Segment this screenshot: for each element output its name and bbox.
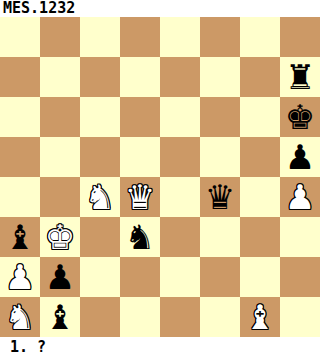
piece-wK-b3-icon: ♚ (45, 217, 75, 257)
square-c2[interactable] (80, 257, 120, 297)
square-g5[interactable] (240, 137, 280, 177)
piece-wN-a1-icon: ♞ (5, 297, 35, 337)
square-e4[interactable] (160, 177, 200, 217)
square-e8[interactable] (160, 17, 200, 57)
square-a6[interactable] (0, 97, 40, 137)
move-prompt: 1. ? (0, 337, 320, 359)
square-c6[interactable] (80, 97, 120, 137)
square-e3[interactable] (160, 217, 200, 257)
square-c7[interactable] (80, 57, 120, 97)
square-f2[interactable] (200, 257, 240, 297)
square-f7[interactable] (200, 57, 240, 97)
square-c1[interactable] (80, 297, 120, 337)
square-d6[interactable] (120, 97, 160, 137)
square-b6[interactable] (40, 97, 80, 137)
square-d3[interactable]: ♞ (120, 217, 160, 257)
piece-bB-b1-icon: ♝ (45, 297, 75, 337)
square-h6[interactable]: ♚ (280, 97, 320, 137)
square-c8[interactable] (80, 17, 120, 57)
square-a1[interactable]: ♞ (0, 297, 40, 337)
square-d1[interactable] (120, 297, 160, 337)
square-d4[interactable]: ♛ (120, 177, 160, 217)
square-e1[interactable] (160, 297, 200, 337)
square-a2[interactable]: ♟ (0, 257, 40, 297)
chess-diagram-page: MES.1232 ♜♚♟♞♛♛♟♝♚♞♟♟♞♝♝ 1. ? (0, 0, 320, 360)
piece-wP-a2-icon: ♟ (5, 257, 35, 297)
square-h4[interactable]: ♟ (280, 177, 320, 217)
piece-wB-g1-icon: ♝ (245, 297, 275, 337)
square-b7[interactable] (40, 57, 80, 97)
square-c4[interactable]: ♞ (80, 177, 120, 217)
square-f5[interactable] (200, 137, 240, 177)
chess-board: ♜♚♟♞♛♛♟♝♚♞♟♟♞♝♝ (0, 17, 320, 337)
square-f1[interactable] (200, 297, 240, 337)
square-e2[interactable] (160, 257, 200, 297)
square-a8[interactable] (0, 17, 40, 57)
piece-bQ-f4-icon: ♛ (205, 177, 235, 217)
square-b8[interactable] (40, 17, 80, 57)
square-f4[interactable]: ♛ (200, 177, 240, 217)
square-b5[interactable] (40, 137, 80, 177)
square-g7[interactable] (240, 57, 280, 97)
square-b2[interactable]: ♟ (40, 257, 80, 297)
page-title: MES.1232 (0, 0, 320, 17)
square-a5[interactable] (0, 137, 40, 177)
square-e6[interactable] (160, 97, 200, 137)
square-e7[interactable] (160, 57, 200, 97)
square-g2[interactable] (240, 257, 280, 297)
square-h3[interactable] (280, 217, 320, 257)
square-b1[interactable]: ♝ (40, 297, 80, 337)
piece-wQ-d4-icon: ♛ (125, 177, 155, 217)
square-b4[interactable] (40, 177, 80, 217)
piece-wN-c4-icon: ♞ (85, 177, 115, 217)
piece-bN-d3-icon: ♞ (125, 217, 155, 257)
square-h1[interactable] (280, 297, 320, 337)
square-a3[interactable]: ♝ (0, 217, 40, 257)
square-g4[interactable] (240, 177, 280, 217)
piece-bP-h5-icon: ♟ (285, 137, 315, 177)
square-d7[interactable] (120, 57, 160, 97)
square-h2[interactable] (280, 257, 320, 297)
square-c5[interactable] (80, 137, 120, 177)
square-h8[interactable] (280, 17, 320, 57)
square-h7[interactable]: ♜ (280, 57, 320, 97)
square-b3[interactable]: ♚ (40, 217, 80, 257)
square-d8[interactable] (120, 17, 160, 57)
square-g1[interactable]: ♝ (240, 297, 280, 337)
square-h5[interactable]: ♟ (280, 137, 320, 177)
square-g6[interactable] (240, 97, 280, 137)
square-g3[interactable] (240, 217, 280, 257)
piece-bB-a3-icon: ♝ (5, 217, 35, 257)
square-g8[interactable] (240, 17, 280, 57)
square-a4[interactable] (0, 177, 40, 217)
piece-wP-h4-icon: ♟ (285, 177, 315, 217)
square-f3[interactable] (200, 217, 240, 257)
square-e5[interactable] (160, 137, 200, 177)
square-d5[interactable] (120, 137, 160, 177)
square-f6[interactable] (200, 97, 240, 137)
piece-bP-b2-icon: ♟ (45, 257, 75, 297)
square-c3[interactable] (80, 217, 120, 257)
square-f8[interactable] (200, 17, 240, 57)
piece-bK-h6-icon: ♚ (285, 97, 315, 137)
square-d2[interactable] (120, 257, 160, 297)
piece-bR-h7-icon: ♜ (285, 57, 315, 97)
square-a7[interactable] (0, 57, 40, 97)
